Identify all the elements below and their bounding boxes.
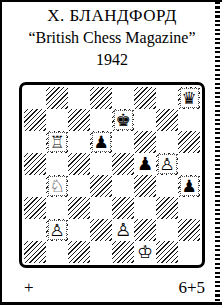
square-f5: ♟	[134, 153, 156, 175]
chess-board-frame: ♛♚♖♟♟♙♘♟♙♙♔	[19, 82, 205, 268]
square-b3	[46, 197, 68, 219]
chess-board: ♛♚♖♟♟♙♘♟♙♙♔	[24, 87, 200, 263]
diagram-caption: + 6+5	[24, 278, 205, 298]
square-h6	[178, 131, 200, 153]
diagram-page: Х. БЛАНДФОРД “British Chess Magazine” 19…	[0, 0, 222, 305]
square-a5	[24, 153, 46, 175]
source-title: “British Chess Magazine”	[2, 27, 222, 49]
white-king-f1: ♔	[137, 243, 153, 261]
square-d5	[90, 153, 112, 175]
square-f2	[134, 219, 156, 241]
stipulation: +	[24, 278, 34, 298]
square-b7	[46, 109, 68, 131]
square-h7	[178, 109, 200, 131]
square-e6	[112, 131, 134, 153]
square-g5: ♙	[156, 153, 178, 175]
square-h2	[178, 219, 200, 241]
square-c7	[68, 109, 90, 131]
white-pawn-b2: ♙	[48, 220, 67, 240]
square-e7: ♚	[112, 109, 134, 131]
square-g8	[156, 87, 178, 109]
square-b1	[46, 241, 68, 263]
square-h1	[178, 241, 200, 263]
square-a2	[24, 219, 46, 241]
composer-name: Х. БЛАНДФОРД	[2, 5, 222, 27]
square-h4: ♟	[178, 175, 200, 197]
square-c1	[68, 241, 90, 263]
black-pawn-h4: ♟	[180, 176, 199, 196]
square-e3	[112, 197, 134, 219]
square-e5	[112, 153, 134, 175]
black-king-e7: ♚	[114, 110, 133, 130]
diagram-header: Х. БЛАНДФОРД “British Chess Magazine” 19…	[2, 5, 222, 71]
square-c3	[68, 197, 90, 219]
square-g6	[156, 131, 178, 153]
black-pawn-d6: ♟	[92, 132, 111, 152]
square-e1	[112, 241, 134, 263]
square-g3	[156, 197, 178, 219]
square-c8	[68, 87, 90, 109]
square-b2: ♙	[46, 219, 68, 241]
material-count: 6+5	[178, 278, 205, 298]
black-pawn-f5: ♟	[137, 155, 153, 173]
square-b6: ♖	[46, 131, 68, 153]
square-a1	[24, 241, 46, 263]
square-f8	[134, 87, 156, 109]
square-a7	[24, 109, 46, 131]
square-f6	[134, 131, 156, 153]
square-c6	[68, 131, 90, 153]
square-f4	[134, 175, 156, 197]
square-d4	[90, 175, 112, 197]
dashed-cut-line	[215, 2, 220, 302]
square-b4: ♘	[46, 175, 68, 197]
square-g2	[156, 219, 178, 241]
square-f7	[134, 109, 156, 131]
square-a3	[24, 197, 46, 219]
square-e2: ♙	[112, 219, 134, 241]
white-pawn-e2: ♙	[115, 221, 131, 239]
square-f3	[134, 197, 156, 219]
white-pawn-g5: ♙	[158, 154, 177, 174]
white-rook-b6: ♖	[48, 132, 67, 152]
square-e8	[112, 87, 134, 109]
square-a4	[24, 175, 46, 197]
square-h8: ♛	[178, 87, 200, 109]
square-g4	[156, 175, 178, 197]
square-d1	[90, 241, 112, 263]
square-d8	[90, 87, 112, 109]
white-knight-b4: ♘	[48, 176, 67, 196]
square-b5	[46, 153, 68, 175]
publication-year: 1942	[2, 49, 222, 71]
square-a8	[24, 87, 46, 109]
square-d2	[90, 219, 112, 241]
square-f1: ♔	[134, 241, 156, 263]
black-queen-h8: ♛	[180, 88, 199, 108]
square-g7	[156, 109, 178, 131]
square-h3	[178, 197, 200, 219]
square-g1	[156, 241, 178, 263]
square-d7	[90, 109, 112, 131]
square-a6	[24, 131, 46, 153]
square-d6: ♟	[90, 131, 112, 153]
square-b8	[46, 87, 68, 109]
square-d3	[90, 197, 112, 219]
square-c2	[68, 219, 90, 241]
square-h5	[178, 153, 200, 175]
square-c4	[68, 175, 90, 197]
square-e4	[112, 175, 134, 197]
square-c5	[68, 153, 90, 175]
